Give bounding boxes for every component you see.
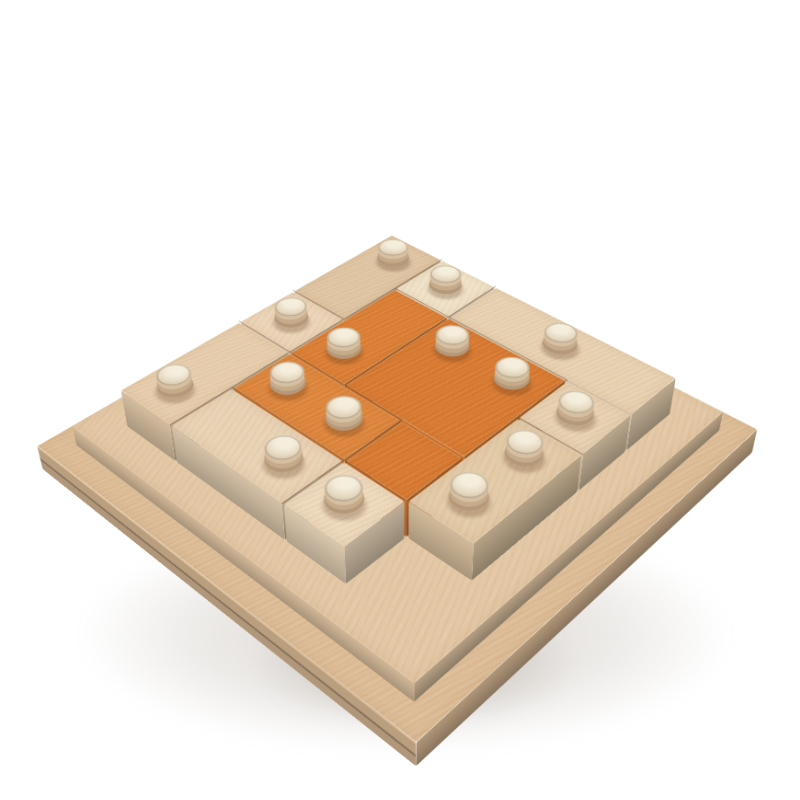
perspective-camera <box>32 33 768 769</box>
product-photo-scene <box>0 0 800 800</box>
puzzle-board <box>33 226 761 724</box>
stage <box>32 33 768 769</box>
